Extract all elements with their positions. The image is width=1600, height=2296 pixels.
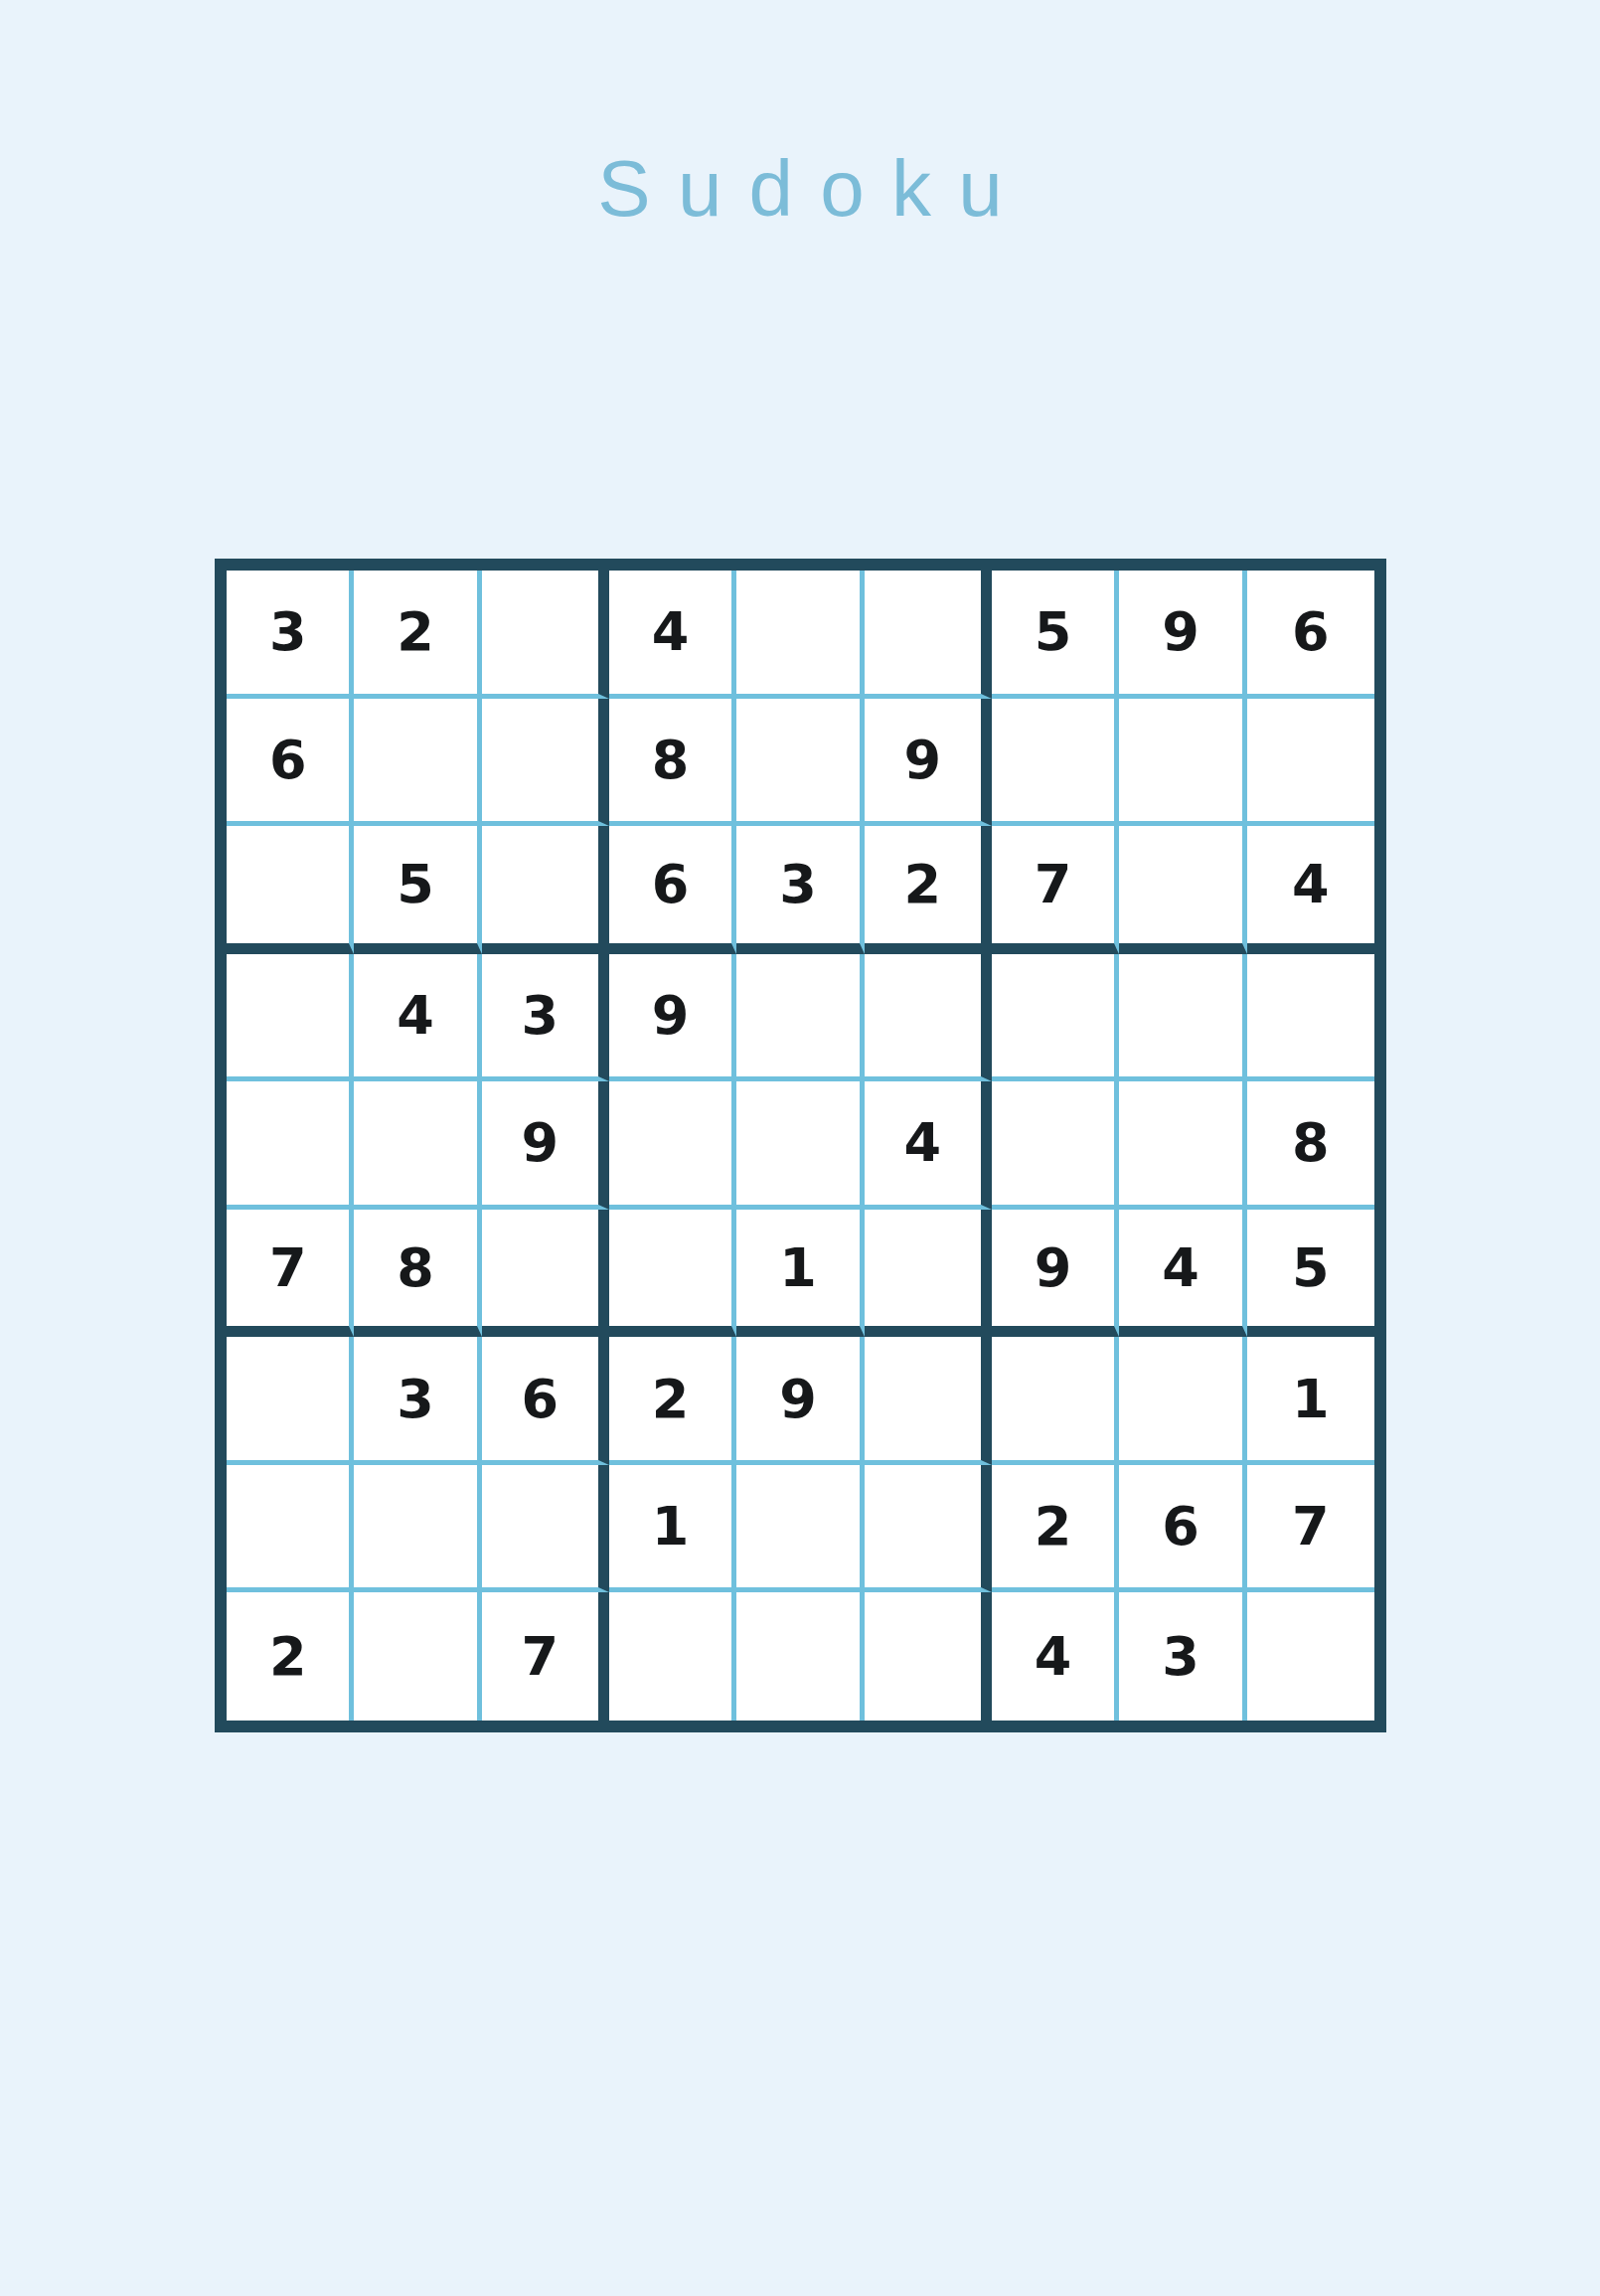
cell-r1c3[interactable] <box>482 571 609 699</box>
cell-r7c1[interactable] <box>227 1337 354 1465</box>
cell-r5c4[interactable] <box>609 1081 736 1210</box>
cell-r7c8[interactable] <box>1119 1337 1246 1465</box>
cell-r6c7[interactable]: 9 <box>992 1210 1119 1338</box>
cell-r4c7[interactable] <box>992 954 1119 1082</box>
cell-r9c1[interactable]: 2 <box>227 1592 354 1721</box>
cell-r5c9[interactable]: 8 <box>1247 1081 1374 1210</box>
cell-r6c6[interactable] <box>865 1210 992 1338</box>
cell-r3c6[interactable]: 2 <box>865 826 992 954</box>
cell-r7c5[interactable]: 9 <box>736 1337 864 1465</box>
cell-r3c7[interactable]: 7 <box>992 826 1119 954</box>
cell-r4c6[interactable] <box>865 954 992 1082</box>
cell-r9c6[interactable] <box>865 1592 992 1721</box>
cell-r4c5[interactable] <box>736 954 864 1082</box>
cell-r8c9[interactable]: 7 <box>1247 1465 1374 1593</box>
cell-r4c1[interactable] <box>227 954 354 1082</box>
cell-r2c2[interactable] <box>354 699 481 827</box>
cell-r9c4[interactable] <box>609 1592 736 1721</box>
cell-r7c3[interactable]: 6 <box>482 1337 609 1465</box>
cell-r8c8[interactable]: 6 <box>1119 1465 1246 1593</box>
cell-r6c9[interactable]: 5 <box>1247 1210 1374 1338</box>
cell-r5c2[interactable] <box>354 1081 481 1210</box>
cell-r5c5[interactable] <box>736 1081 864 1210</box>
cell-r2c5[interactable] <box>736 699 864 827</box>
cell-r6c3[interactable] <box>482 1210 609 1338</box>
cell-r5c8[interactable] <box>1119 1081 1246 1210</box>
cell-r6c8[interactable]: 4 <box>1119 1210 1246 1338</box>
cell-r6c2[interactable]: 8 <box>354 1210 481 1338</box>
cell-r9c5[interactable] <box>736 1592 864 1721</box>
cell-r4c3[interactable]: 3 <box>482 954 609 1082</box>
cell-r9c2[interactable] <box>354 1592 481 1721</box>
cell-r3c5[interactable]: 3 <box>736 826 864 954</box>
cell-r1c2[interactable]: 2 <box>354 571 481 699</box>
cell-r1c9[interactable]: 6 <box>1247 571 1374 699</box>
cell-r8c6[interactable] <box>865 1465 992 1593</box>
cell-r7c7[interactable] <box>992 1337 1119 1465</box>
cell-r5c1[interactable] <box>227 1081 354 1210</box>
cell-r2c4[interactable]: 8 <box>609 699 736 827</box>
cell-r3c9[interactable]: 4 <box>1247 826 1374 954</box>
cell-r6c1[interactable]: 7 <box>227 1210 354 1338</box>
cell-r7c9[interactable]: 1 <box>1247 1337 1374 1465</box>
cell-r4c4[interactable]: 9 <box>609 954 736 1082</box>
cell-r6c5[interactable]: 1 <box>736 1210 864 1338</box>
cell-r4c2[interactable]: 4 <box>354 954 481 1082</box>
cell-r7c4[interactable]: 2 <box>609 1337 736 1465</box>
cell-r2c8[interactable] <box>1119 699 1246 827</box>
cell-r9c9[interactable] <box>1247 1592 1374 1721</box>
cell-r4c8[interactable] <box>1119 954 1246 1082</box>
cell-r1c5[interactable] <box>736 571 864 699</box>
cell-r3c8[interactable] <box>1119 826 1246 954</box>
cell-r2c6[interactable]: 9 <box>865 699 992 827</box>
cell-r1c4[interactable]: 4 <box>609 571 736 699</box>
cell-r6c4[interactable] <box>609 1210 736 1338</box>
cell-r5c3[interactable]: 9 <box>482 1081 609 1210</box>
cell-r4c9[interactable] <box>1247 954 1374 1082</box>
cell-r8c2[interactable] <box>354 1465 481 1593</box>
cell-r9c3[interactable]: 7 <box>482 1592 609 1721</box>
cell-r8c7[interactable]: 2 <box>992 1465 1119 1593</box>
cell-r7c2[interactable]: 3 <box>354 1337 481 1465</box>
cell-r2c3[interactable] <box>482 699 609 827</box>
sudoku-board: 3245966895632744399487819453629112672743 <box>215 559 1386 1732</box>
cell-r9c7[interactable]: 4 <box>992 1592 1119 1721</box>
cell-r8c3[interactable] <box>482 1465 609 1593</box>
cell-r5c6[interactable]: 4 <box>865 1081 992 1210</box>
cell-r3c2[interactable]: 5 <box>354 826 481 954</box>
page-title: Sudoku <box>0 149 1600 229</box>
cell-r1c8[interactable]: 9 <box>1119 571 1246 699</box>
cell-r1c1[interactable]: 3 <box>227 571 354 699</box>
cell-r1c7[interactable]: 5 <box>992 571 1119 699</box>
cell-r3c3[interactable] <box>482 826 609 954</box>
cell-r9c8[interactable]: 3 <box>1119 1592 1246 1721</box>
cell-r7c6[interactable] <box>865 1337 992 1465</box>
cell-r8c1[interactable] <box>227 1465 354 1593</box>
cell-r8c5[interactable] <box>736 1465 864 1593</box>
cell-r1c6[interactable] <box>865 571 992 699</box>
cell-r3c1[interactable] <box>227 826 354 954</box>
cell-r2c7[interactable] <box>992 699 1119 827</box>
cell-r3c4[interactable]: 6 <box>609 826 736 954</box>
cell-r8c4[interactable]: 1 <box>609 1465 736 1593</box>
cell-r5c7[interactable] <box>992 1081 1119 1210</box>
cell-r2c1[interactable]: 6 <box>227 699 354 827</box>
cell-r2c9[interactable] <box>1247 699 1374 827</box>
